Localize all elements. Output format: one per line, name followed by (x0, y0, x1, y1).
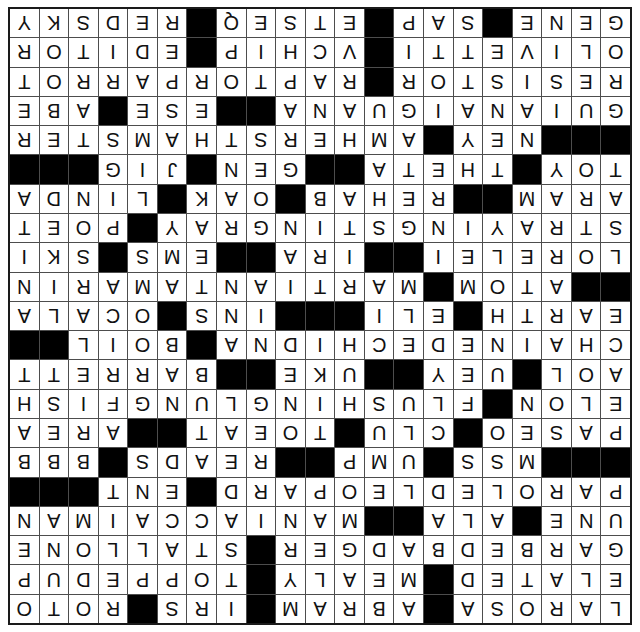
letter-cell[interactable]: N (247, 331, 276, 359)
letter-cell[interactable]: T (572, 214, 601, 242)
letter-cell[interactable]: A (572, 419, 601, 447)
letter-cell[interactable]: U (394, 448, 423, 476)
letter-cell[interactable]: E (10, 536, 39, 564)
letter-cell[interactable]: T (217, 126, 246, 154)
letter-cell[interactable]: C (365, 331, 394, 359)
letter-cell[interactable]: E (276, 360, 305, 388)
letter-cell[interactable]: A (394, 595, 423, 623)
letter-cell[interactable]: I (247, 302, 276, 330)
letter-cell[interactable]: E (424, 155, 453, 183)
letter-cell[interactable]: U (394, 390, 423, 418)
letter-cell[interactable]: E (40, 126, 69, 154)
letter-cell[interactable]: A (276, 97, 305, 125)
letter-cell[interactable]: M (513, 185, 542, 213)
letter-cell[interactable]: D (99, 9, 128, 37)
letter-cell[interactable]: E (247, 9, 276, 37)
letter-cell[interactable]: O (542, 390, 571, 418)
letter-cell[interactable]: R (394, 68, 423, 96)
letter-cell[interactable]: T (306, 9, 335, 37)
letter-cell[interactable]: E (394, 185, 423, 213)
letter-cell[interactable]: L (483, 478, 512, 506)
letter-cell[interactable]: H (335, 126, 364, 154)
letter-cell[interactable]: E (306, 536, 335, 564)
letter-cell[interactable]: S (365, 390, 394, 418)
letter-cell[interactable]: S (483, 448, 512, 476)
letter-cell[interactable]: R (217, 214, 246, 242)
letter-cell[interactable]: N (424, 214, 453, 242)
letter-cell[interactable]: R (276, 126, 305, 154)
letter-cell[interactable]: B (40, 448, 69, 476)
letter-cell[interactable]: S (69, 9, 98, 37)
letter-cell[interactable]: T (513, 302, 542, 330)
letter-cell[interactable]: P (217, 38, 246, 66)
letter-cell[interactable]: E (513, 419, 542, 447)
letter-cell[interactable]: L (128, 536, 157, 564)
letter-cell[interactable]: D (424, 331, 453, 359)
letter-cell[interactable]: T (513, 565, 542, 593)
letter-cell[interactable]: A (394, 126, 423, 154)
letter-cell[interactable]: I (306, 214, 335, 242)
letter-cell[interactable]: N (158, 390, 187, 418)
letter-cell[interactable]: S (542, 68, 571, 96)
letter-cell[interactable]: R (247, 448, 276, 476)
letter-cell[interactable]: R (69, 68, 98, 96)
letter-cell[interactable]: A (99, 419, 128, 447)
letter-cell[interactable]: E (40, 419, 69, 447)
letter-cell[interactable]: D (217, 478, 246, 506)
letter-cell[interactable]: E (128, 9, 157, 37)
letter-cell[interactable]: I (394, 38, 423, 66)
letter-cell[interactable]: R (99, 360, 128, 388)
letter-cell[interactable]: P (276, 68, 305, 96)
letter-cell[interactable]: A (513, 214, 542, 242)
letter-cell[interactable]: T (394, 155, 423, 183)
letter-cell[interactable]: A (454, 97, 483, 125)
letter-cell[interactable]: G (128, 390, 157, 418)
letter-cell[interactable]: E (601, 302, 630, 330)
letter-cell[interactable]: R (542, 478, 571, 506)
letter-cell[interactable]: S (365, 214, 394, 242)
letter-cell[interactable]: Y (483, 214, 512, 242)
letter-cell[interactable]: B (424, 536, 453, 564)
letter-cell[interactable]: A (454, 595, 483, 623)
letter-cell[interactable]: N (128, 478, 157, 506)
letter-cell[interactable]: T (40, 360, 69, 388)
letter-cell[interactable]: T (187, 419, 216, 447)
letter-cell[interactable]: N (483, 97, 512, 125)
letter-cell[interactable]: I (10, 243, 39, 271)
letter-cell[interactable]: L (572, 565, 601, 593)
letter-cell[interactable]: I (99, 38, 128, 66)
letter-cell[interactable]: I (276, 273, 305, 301)
letter-cell[interactable]: O (424, 68, 453, 96)
letter-cell[interactable]: A (365, 155, 394, 183)
letter-cell[interactable]: C (187, 507, 216, 535)
letter-cell[interactable]: I (247, 38, 276, 66)
letter-cell[interactable]: T (187, 273, 216, 301)
letter-cell[interactable]: A (572, 595, 601, 623)
letter-cell[interactable]: B (365, 595, 394, 623)
letter-cell[interactable]: R (99, 68, 128, 96)
letter-cell[interactable]: R (542, 595, 571, 623)
letter-cell[interactable]: B (158, 331, 187, 359)
letter-cell[interactable]: O (247, 185, 276, 213)
letter-cell[interactable]: I (335, 243, 364, 271)
letter-cell[interactable]: N (483, 331, 512, 359)
letter-cell[interactable]: E (454, 478, 483, 506)
letter-cell[interactable]: T (99, 478, 128, 506)
letter-cell[interactable]: G (99, 155, 128, 183)
letter-cell[interactable]: A (335, 565, 364, 593)
letter-cell[interactable]: M (69, 507, 98, 535)
letter-cell[interactable]: A (601, 360, 630, 388)
letter-cell[interactable]: I (424, 97, 453, 125)
letter-cell[interactable]: M (454, 273, 483, 301)
letter-cell[interactable]: S (483, 68, 512, 96)
letter-cell[interactable]: A (306, 68, 335, 96)
letter-cell[interactable]: T (513, 273, 542, 301)
letter-cell[interactable]: V (335, 38, 364, 66)
letter-cell[interactable]: R (99, 595, 128, 623)
letter-cell[interactable]: E (572, 68, 601, 96)
letter-cell[interactable]: D (454, 565, 483, 593)
letter-cell[interactable]: T (335, 214, 364, 242)
letter-cell[interactable]: D (424, 478, 453, 506)
letter-cell[interactable]: E (40, 214, 69, 242)
letter-cell[interactable]: O (572, 155, 601, 183)
letter-cell[interactable]: O (128, 331, 157, 359)
letter-cell[interactable]: A (542, 331, 571, 359)
letter-cell[interactable]: U (601, 507, 630, 535)
letter-cell[interactable]: L (572, 38, 601, 66)
letter-cell[interactable]: N (10, 507, 39, 535)
letter-cell[interactable]: M (128, 126, 157, 154)
letter-cell[interactable]: N (542, 9, 571, 37)
letter-cell[interactable]: A (10, 185, 39, 213)
letter-cell[interactable]: L (394, 478, 423, 506)
letter-cell[interactable]: O (483, 273, 512, 301)
letter-cell[interactable]: A (572, 302, 601, 330)
letter-cell[interactable]: A (158, 273, 187, 301)
letter-cell[interactable]: E (394, 331, 423, 359)
letter-cell[interactable]: A (424, 507, 453, 535)
letter-cell[interactable]: L (601, 595, 630, 623)
letter-cell[interactable]: H (187, 126, 216, 154)
letter-cell[interactable]: E (365, 478, 394, 506)
letter-cell[interactable]: A (365, 273, 394, 301)
letter-cell[interactable]: A (217, 185, 246, 213)
letter-cell[interactable]: T (69, 38, 98, 66)
letter-cell[interactable]: L (424, 390, 453, 418)
letter-cell[interactable]: E (572, 9, 601, 37)
letter-cell[interactable]: A (10, 302, 39, 330)
letter-cell[interactable]: P (128, 565, 157, 593)
letter-cell[interactable]: I (69, 390, 98, 418)
letter-cell[interactable]: N (217, 273, 246, 301)
letter-cell[interactable]: O (483, 419, 512, 447)
letter-cell[interactable]: A (187, 214, 216, 242)
letter-cell[interactable]: E (483, 536, 512, 564)
letter-cell[interactable]: H (483, 302, 512, 330)
letter-cell[interactable]: A (158, 536, 187, 564)
letter-cell[interactable]: O (69, 595, 98, 623)
letter-cell[interactable]: A (394, 536, 423, 564)
letter-cell[interactable]: E (335, 9, 364, 37)
letter-cell[interactable]: A (601, 185, 630, 213)
letter-cell[interactable]: I (247, 507, 276, 535)
letter-cell[interactable]: A (128, 507, 157, 535)
letter-cell[interactable]: P (306, 478, 335, 506)
letter-cell[interactable]: M (513, 448, 542, 476)
letter-cell[interactable]: L (542, 360, 571, 388)
letter-cell[interactable]: M (335, 507, 364, 535)
letter-cell[interactable]: R (128, 360, 157, 388)
letter-cell[interactable]: H (335, 331, 364, 359)
letter-cell[interactable]: I (424, 243, 453, 271)
letter-cell[interactable]: I (306, 331, 335, 359)
letter-cell[interactable]: U (572, 97, 601, 125)
letter-cell[interactable]: L (394, 419, 423, 447)
letter-cell[interactable]: T (601, 155, 630, 183)
letter-cell[interactable]: O (513, 595, 542, 623)
letter-cell[interactable]: E (483, 38, 512, 66)
letter-cell[interactable]: A (572, 478, 601, 506)
letter-cell[interactable]: E (542, 507, 571, 535)
letter-cell[interactable]: U (187, 390, 216, 418)
letter-cell[interactable]: R (10, 126, 39, 154)
letter-cell[interactable]: B (10, 448, 39, 476)
letter-cell[interactable]: A (276, 243, 305, 271)
letter-cell[interactable]: I (542, 38, 571, 66)
letter-cell[interactable]: L (99, 536, 128, 564)
letter-cell[interactable]: M (365, 448, 394, 476)
letter-cell[interactable]: O (128, 302, 157, 330)
letter-cell[interactable]: B (513, 536, 542, 564)
letter-cell[interactable]: O (276, 419, 305, 447)
letter-cell[interactable]: C (306, 38, 335, 66)
letter-cell[interactable]: B (40, 97, 69, 125)
letter-cell[interactable]: G (247, 390, 276, 418)
letter-cell[interactable]: H (572, 331, 601, 359)
letter-cell[interactable]: A (217, 419, 246, 447)
letter-cell[interactable]: E (10, 97, 39, 125)
letter-cell[interactable]: A (276, 478, 305, 506)
letter-cell[interactable]: I (217, 595, 246, 623)
letter-cell[interactable]: A (69, 97, 98, 125)
letter-cell[interactable]: A (69, 302, 98, 330)
letter-cell[interactable]: A (335, 97, 364, 125)
letter-cell[interactable]: G (276, 155, 305, 183)
letter-cell[interactable]: R (276, 536, 305, 564)
letter-cell[interactable]: C (99, 302, 128, 330)
letter-cell[interactable]: A (158, 360, 187, 388)
letter-cell[interactable]: N (276, 507, 305, 535)
letter-cell[interactable]: F (99, 390, 128, 418)
letter-cell[interactable]: U (365, 97, 394, 125)
letter-cell[interactable]: P (394, 9, 423, 37)
letter-cell[interactable]: O (187, 565, 216, 593)
letter-cell[interactable]: L (572, 390, 601, 418)
letter-cell[interactable]: L (394, 302, 423, 330)
letter-cell[interactable]: R (247, 478, 276, 506)
letter-cell[interactable]: I (40, 273, 69, 301)
letter-cell[interactable]: N (10, 273, 39, 301)
letter-cell[interactable]: I (513, 331, 542, 359)
letter-cell[interactable]: D (365, 536, 394, 564)
letter-cell[interactable]: R (10, 38, 39, 66)
letter-cell[interactable]: R (187, 68, 216, 96)
letter-cell[interactable]: E (483, 126, 512, 154)
letter-cell[interactable]: I (542, 97, 571, 125)
letter-cell[interactable]: U (483, 360, 512, 388)
letter-cell[interactable]: T (217, 565, 246, 593)
letter-cell[interactable]: E (247, 419, 276, 447)
letter-cell[interactable]: R (158, 9, 187, 37)
letter-cell[interactable]: N (217, 302, 246, 330)
letter-cell[interactable]: S (247, 126, 276, 154)
letter-cell[interactable]: T (10, 360, 39, 388)
letter-cell[interactable]: P (10, 565, 39, 593)
letter-cell[interactable]: M (158, 243, 187, 271)
letter-cell[interactable]: I (128, 155, 157, 183)
letter-cell[interactable]: U (40, 565, 69, 593)
letter-cell[interactable]: I (513, 68, 542, 96)
letter-cell[interactable]: R (335, 68, 364, 96)
letter-cell[interactable]: E (187, 97, 216, 125)
letter-cell[interactable]: T (40, 595, 69, 623)
letter-cell[interactable]: O (217, 68, 246, 96)
letter-cell[interactable]: R (335, 595, 364, 623)
letter-cell[interactable]: K (40, 243, 69, 271)
letter-cell[interactable]: R (542, 214, 571, 242)
letter-cell[interactable]: N (572, 507, 601, 535)
letter-cell[interactable]: G (394, 214, 423, 242)
letter-cell[interactable]: R (572, 185, 601, 213)
letter-cell[interactable]: S (69, 243, 98, 271)
letter-cell[interactable]: E (128, 97, 157, 125)
letter-cell[interactable]: T (247, 68, 276, 96)
letter-cell[interactable]: E (247, 155, 276, 183)
letter-cell[interactable]: E (158, 38, 187, 66)
letter-cell[interactable]: R (187, 595, 216, 623)
letter-cell[interactable]: A (40, 507, 69, 535)
letter-cell[interactable]: N (40, 536, 69, 564)
letter-cell[interactable]: Q (217, 9, 246, 37)
letter-cell[interactable]: T (187, 536, 216, 564)
letter-cell[interactable]: I (99, 331, 128, 359)
letter-cell[interactable]: U (365, 419, 394, 447)
letter-cell[interactable]: C (601, 331, 630, 359)
letter-cell[interactable]: E (483, 565, 512, 593)
letter-cell[interactable]: S (483, 595, 512, 623)
letter-cell[interactable]: I (99, 185, 128, 213)
letter-cell[interactable]: F (454, 390, 483, 418)
letter-cell[interactable]: A (513, 97, 542, 125)
letter-cell[interactable]: B (306, 185, 335, 213)
letter-cell[interactable]: P (601, 478, 630, 506)
letter-cell[interactable]: V (513, 38, 542, 66)
letter-cell[interactable]: S (128, 243, 157, 271)
letter-cell[interactable]: I (454, 214, 483, 242)
letter-cell[interactable]: R (542, 302, 571, 330)
letter-cell[interactable]: S (158, 97, 187, 125)
letter-cell[interactable]: G (335, 536, 364, 564)
letter-cell[interactable]: Y (424, 360, 453, 388)
letter-cell[interactable]: C (158, 507, 187, 535)
letter-cell[interactable]: L (306, 565, 335, 593)
letter-cell[interactable]: E (601, 390, 630, 418)
letter-cell[interactable]: O (40, 68, 69, 96)
letter-cell[interactable]: M (276, 595, 305, 623)
letter-cell[interactable]: A (542, 565, 571, 593)
letter-cell[interactable]: T (10, 68, 39, 96)
letter-cell[interactable]: E (217, 448, 246, 476)
letter-cell[interactable]: E (187, 243, 216, 271)
letter-cell[interactable]: P (158, 565, 187, 593)
letter-cell[interactable]: L (483, 243, 512, 271)
letter-cell[interactable]: E (306, 126, 335, 154)
letter-cell[interactable]: I (365, 302, 394, 330)
letter-cell[interactable]: A (99, 273, 128, 301)
letter-cell[interactable]: E (424, 302, 453, 330)
letter-cell[interactable]: O (10, 595, 39, 623)
letter-cell[interactable]: A (335, 185, 364, 213)
letter-cell[interactable]: O (572, 243, 601, 271)
letter-cell[interactable]: R (601, 68, 630, 96)
letter-cell[interactable]: H (10, 390, 39, 418)
letter-cell[interactable]: N (276, 214, 305, 242)
letter-cell[interactable]: E (454, 331, 483, 359)
letter-cell[interactable]: N (513, 390, 542, 418)
letter-cell[interactable]: I (99, 507, 128, 535)
letter-cell[interactable]: A (187, 448, 216, 476)
letter-cell[interactable]: N (69, 185, 98, 213)
letter-cell[interactable]: E (69, 360, 98, 388)
letter-cell[interactable]: J (158, 155, 187, 183)
letter-cell[interactable]: A (158, 126, 187, 154)
letter-cell[interactable]: G (601, 97, 630, 125)
letter-cell[interactable]: A (10, 419, 39, 447)
letter-cell[interactable]: I (306, 390, 335, 418)
letter-cell[interactable]: E (513, 243, 542, 271)
letter-cell[interactable]: D (69, 565, 98, 593)
letter-cell[interactable]: S (601, 214, 630, 242)
letter-cell[interactable]: R (69, 273, 98, 301)
letter-cell[interactable]: O (513, 478, 542, 506)
letter-cell[interactable]: P (99, 214, 128, 242)
letter-cell[interactable]: T (306, 419, 335, 447)
letter-cell[interactable]: L (69, 331, 98, 359)
letter-cell[interactable]: R (335, 273, 364, 301)
letter-cell[interactable]: T (454, 68, 483, 96)
letter-cell[interactable]: N (306, 97, 335, 125)
letter-cell[interactable]: Y (542, 155, 571, 183)
letter-cell[interactable]: L (40, 302, 69, 330)
letter-cell[interactable]: S (128, 448, 157, 476)
letter-cell[interactable]: A (306, 507, 335, 535)
letter-cell[interactable]: S (158, 595, 187, 623)
letter-cell[interactable]: G (601, 9, 630, 37)
letter-cell[interactable]: M (394, 565, 423, 593)
letter-cell[interactable]: R (306, 243, 335, 271)
letter-cell[interactable]: N (513, 126, 542, 154)
letter-cell[interactable]: T (483, 155, 512, 183)
letter-cell[interactable]: C (424, 419, 453, 447)
letter-cell[interactable]: O (69, 536, 98, 564)
letter-cell[interactable]: S (217, 536, 246, 564)
letter-cell[interactable]: O (335, 478, 364, 506)
letter-cell[interactable]: O (40, 38, 69, 66)
